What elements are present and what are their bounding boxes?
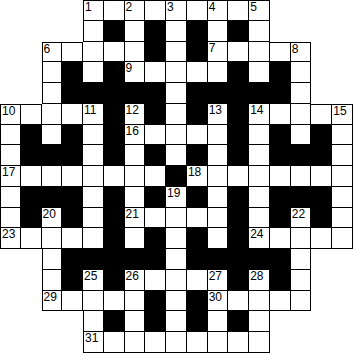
white-cell[interactable] (332, 145, 353, 166)
white-cell[interactable] (166, 104, 187, 125)
white-cell[interactable] (228, 332, 249, 353)
white-cell[interactable] (42, 249, 63, 270)
white-cell[interactable] (291, 125, 312, 146)
black-cell (187, 42, 208, 63)
black-cell (270, 62, 291, 83)
white-cell[interactable]: 25 (83, 270, 104, 291)
black-cell (125, 249, 146, 270)
white-cell[interactable]: 5 (249, 0, 270, 21)
white-cell[interactable] (249, 208, 270, 229)
clue-number: 10 (2, 105, 15, 117)
black-cell (270, 208, 291, 229)
clue-number: 5 (250, 1, 257, 13)
white-cell[interactable] (166, 291, 187, 312)
background-cell (0, 21, 21, 42)
background-cell (21, 0, 42, 21)
black-cell (311, 187, 332, 208)
black-cell (145, 291, 166, 312)
black-cell (145, 42, 166, 63)
clue-number: 14 (250, 104, 263, 116)
white-cell[interactable]: 20 (42, 208, 63, 229)
white-cell[interactable] (166, 125, 187, 146)
white-cell[interactable]: 9 (125, 62, 146, 83)
black-cell (104, 228, 125, 249)
white-cell[interactable] (166, 42, 187, 63)
background-cell (332, 249, 353, 270)
background-cell (332, 332, 353, 353)
white-cell[interactable] (125, 311, 146, 332)
background-cell (42, 311, 63, 332)
white-cell[interactable] (249, 187, 270, 208)
clue-number: 8 (292, 43, 299, 55)
background-cell (332, 311, 353, 332)
black-cell (62, 125, 83, 146)
white-cell[interactable] (332, 228, 353, 249)
white-cell[interactable] (104, 166, 125, 187)
clue-number: 27 (209, 270, 222, 282)
background-cell (291, 332, 312, 353)
white-cell[interactable]: 10 (0, 104, 21, 125)
background-cell (0, 0, 21, 21)
black-cell (187, 83, 208, 104)
black-cell (228, 62, 249, 83)
white-cell[interactable] (228, 42, 249, 63)
white-cell[interactable]: 3 (166, 0, 187, 21)
white-cell[interactable] (249, 311, 270, 332)
white-cell[interactable] (249, 21, 270, 42)
black-cell (21, 145, 42, 166)
background-cell (0, 62, 21, 83)
white-cell[interactable] (208, 208, 229, 229)
white-cell[interactable] (62, 291, 83, 312)
white-cell[interactable] (208, 332, 229, 353)
black-cell (62, 270, 83, 291)
white-cell[interactable]: 30 (208, 291, 229, 312)
background-cell (311, 42, 332, 63)
white-cell[interactable] (125, 145, 146, 166)
white-cell[interactable] (208, 311, 229, 332)
black-cell (187, 228, 208, 249)
background-cell (311, 21, 332, 42)
background-cell (332, 42, 353, 63)
white-cell[interactable] (125, 21, 146, 42)
white-cell[interactable] (166, 21, 187, 42)
white-cell[interactable]: 17 (0, 166, 21, 187)
background-cell (0, 332, 21, 353)
background-cell (0, 311, 21, 332)
white-cell[interactable] (270, 166, 291, 187)
background-cell (0, 291, 21, 312)
black-cell (187, 249, 208, 270)
white-cell[interactable] (0, 125, 21, 146)
black-cell (249, 83, 270, 104)
background-cell (62, 21, 83, 42)
white-cell[interactable] (145, 0, 166, 21)
clue-number: 9 (126, 62, 133, 74)
white-cell[interactable] (249, 145, 270, 166)
white-cell[interactable] (187, 270, 208, 291)
white-cell[interactable] (125, 228, 146, 249)
white-cell[interactable] (270, 42, 291, 63)
black-cell (145, 249, 166, 270)
white-cell[interactable] (208, 125, 229, 146)
background-cell (42, 332, 63, 353)
white-cell[interactable]: 4 (208, 0, 229, 21)
white-cell[interactable] (83, 125, 104, 146)
background-cell (311, 0, 332, 21)
white-cell[interactable] (187, 62, 208, 83)
black-cell (187, 187, 208, 208)
black-cell (187, 145, 208, 166)
clue-number: 2 (126, 1, 133, 13)
white-cell[interactable]: 12 (125, 104, 146, 125)
white-cell[interactable]: 29 (42, 291, 63, 312)
white-cell[interactable] (249, 62, 270, 83)
black-cell (228, 104, 249, 125)
white-cell[interactable]: 16 (125, 125, 146, 146)
clue-number: 4 (209, 1, 216, 13)
crossword-grid: 1234567891011121314151617181920212223242… (0, 0, 353, 353)
background-cell (21, 332, 42, 353)
white-cell[interactable] (42, 125, 63, 146)
black-cell (104, 83, 125, 104)
background-cell (270, 332, 291, 353)
white-cell[interactable] (166, 208, 187, 229)
white-cell[interactable] (208, 166, 229, 187)
white-cell[interactable] (104, 291, 125, 312)
white-cell[interactable]: 22 (291, 208, 312, 229)
white-cell[interactable] (228, 0, 249, 21)
white-cell[interactable] (125, 332, 146, 353)
black-cell (62, 145, 83, 166)
background-cell (21, 311, 42, 332)
black-cell (104, 104, 125, 125)
white-cell[interactable] (145, 208, 166, 229)
white-cell[interactable] (166, 145, 187, 166)
white-cell[interactable] (166, 270, 187, 291)
black-cell (104, 145, 125, 166)
white-cell[interactable] (228, 166, 249, 187)
clue-number: 15 (333, 105, 346, 117)
white-cell[interactable] (311, 166, 332, 187)
white-cell[interactable] (291, 270, 312, 291)
black-cell (42, 187, 63, 208)
white-cell[interactable] (42, 83, 63, 104)
black-cell (83, 249, 104, 270)
white-cell[interactable] (145, 62, 166, 83)
black-cell (270, 249, 291, 270)
white-cell[interactable] (83, 42, 104, 63)
black-cell (311, 145, 332, 166)
white-cell[interactable]: 23 (0, 228, 21, 249)
white-cell[interactable] (83, 166, 104, 187)
black-cell (228, 270, 249, 291)
white-cell[interactable] (83, 21, 104, 42)
white-cell[interactable] (249, 125, 270, 146)
black-cell (187, 104, 208, 125)
white-cell[interactable]: 28 (249, 270, 270, 291)
white-cell[interactable] (208, 21, 229, 42)
background-cell (291, 0, 312, 21)
white-cell[interactable] (270, 104, 291, 125)
white-cell[interactable]: 7 (208, 42, 229, 63)
white-cell[interactable] (83, 187, 104, 208)
white-cell[interactable] (291, 62, 312, 83)
black-cell (228, 187, 249, 208)
white-cell[interactable] (0, 145, 21, 166)
white-cell[interactable] (332, 187, 353, 208)
clue-number: 17 (2, 166, 15, 178)
white-cell[interactable] (83, 62, 104, 83)
background-cell (62, 311, 83, 332)
clue-number: 18 (188, 166, 201, 178)
white-cell[interactable] (187, 0, 208, 21)
black-cell (21, 187, 42, 208)
clue-number: 7 (209, 42, 216, 54)
black-cell (187, 21, 208, 42)
background-cell (62, 0, 83, 21)
background-cell (21, 42, 42, 63)
black-cell (187, 291, 208, 312)
white-cell[interactable] (62, 166, 83, 187)
white-cell[interactable] (0, 187, 21, 208)
black-cell (145, 228, 166, 249)
white-cell[interactable] (21, 228, 42, 249)
white-cell[interactable] (21, 166, 42, 187)
black-cell (125, 83, 146, 104)
white-cell[interactable] (291, 291, 312, 312)
black-cell (270, 83, 291, 104)
black-cell (62, 62, 83, 83)
background-cell (42, 21, 63, 42)
background-cell (42, 0, 63, 21)
white-cell[interactable] (249, 166, 270, 187)
clue-number: 22 (292, 208, 305, 220)
black-cell (104, 208, 125, 229)
black-cell (145, 83, 166, 104)
white-cell[interactable] (270, 228, 291, 249)
background-cell (270, 21, 291, 42)
black-cell (249, 249, 270, 270)
white-cell[interactable] (83, 311, 104, 332)
white-cell[interactable] (104, 332, 125, 353)
white-cell[interactable] (166, 249, 187, 270)
black-cell (228, 83, 249, 104)
background-cell (21, 62, 42, 83)
black-cell (145, 145, 166, 166)
clue-number: 1 (85, 1, 92, 13)
white-cell[interactable]: 31 (83, 332, 104, 353)
clue-number: 20 (43, 208, 56, 220)
background-cell (332, 291, 353, 312)
white-cell[interactable] (42, 104, 63, 125)
white-cell[interactable] (166, 62, 187, 83)
clue-number: 19 (167, 187, 180, 199)
black-cell (208, 249, 229, 270)
background-cell (311, 332, 332, 353)
background-cell (291, 311, 312, 332)
white-cell[interactable] (291, 83, 312, 104)
white-cell[interactable] (187, 208, 208, 229)
black-cell (270, 145, 291, 166)
black-cell (228, 145, 249, 166)
white-cell[interactable]: 11 (83, 104, 104, 125)
clue-number: 28 (250, 270, 263, 282)
black-cell (270, 125, 291, 146)
clue-number: 29 (44, 291, 57, 303)
clue-number: 6 (44, 43, 51, 55)
background-cell (332, 270, 353, 291)
clue-number: 16 (126, 125, 139, 137)
white-cell[interactable] (42, 166, 63, 187)
white-cell[interactable] (62, 228, 83, 249)
white-cell[interactable] (270, 291, 291, 312)
white-cell[interactable] (249, 332, 270, 353)
black-cell (145, 21, 166, 42)
white-cell[interactable] (104, 0, 125, 21)
black-cell (291, 145, 312, 166)
white-cell[interactable]: 18 (187, 166, 208, 187)
white-cell[interactable] (208, 228, 229, 249)
black-cell (62, 208, 83, 229)
clue-number: 12 (126, 104, 139, 116)
black-cell (228, 311, 249, 332)
white-cell[interactable] (208, 145, 229, 166)
background-cell (0, 249, 21, 270)
white-cell[interactable] (62, 104, 83, 125)
clue-number: 11 (84, 104, 96, 116)
white-cell[interactable]: 13 (208, 104, 229, 125)
white-cell[interactable] (125, 166, 146, 187)
white-cell[interactable]: 14 (249, 104, 270, 125)
white-cell[interactable] (249, 42, 270, 63)
background-cell (0, 83, 21, 104)
black-cell (145, 311, 166, 332)
black-cell (104, 249, 125, 270)
white-cell[interactable] (166, 311, 187, 332)
white-cell[interactable] (208, 187, 229, 208)
white-cell[interactable] (145, 332, 166, 353)
white-cell[interactable] (249, 291, 270, 312)
white-cell[interactable]: 8 (291, 42, 312, 63)
background-cell (270, 0, 291, 21)
white-cell[interactable] (311, 104, 332, 125)
clue-number: 24 (250, 228, 263, 240)
white-cell[interactable]: 19 (166, 187, 187, 208)
white-cell[interactable] (187, 125, 208, 146)
background-cell (0, 270, 21, 291)
white-cell[interactable] (291, 166, 312, 187)
black-cell (21, 125, 42, 146)
white-cell[interactable] (228, 291, 249, 312)
black-cell (104, 187, 125, 208)
clue-number: 30 (209, 291, 222, 303)
clue-number: 25 (84, 270, 97, 282)
black-cell (270, 187, 291, 208)
white-cell[interactable] (125, 187, 146, 208)
white-cell[interactable] (104, 42, 125, 63)
background-cell (311, 270, 332, 291)
white-cell[interactable] (83, 208, 104, 229)
black-cell (166, 166, 187, 187)
clue-number: 31 (85, 332, 98, 344)
white-cell[interactable] (62, 42, 83, 63)
background-cell (332, 21, 353, 42)
black-cell (228, 208, 249, 229)
white-cell[interactable] (42, 270, 63, 291)
white-cell[interactable] (208, 62, 229, 83)
white-cell[interactable] (166, 332, 187, 353)
black-cell (62, 249, 83, 270)
black-cell (228, 21, 249, 42)
white-cell[interactable]: 1 (83, 0, 104, 21)
black-cell (62, 187, 83, 208)
black-cell (104, 62, 125, 83)
white-cell[interactable]: 21 (125, 208, 146, 229)
background-cell (21, 83, 42, 104)
white-cell[interactable] (145, 125, 166, 146)
black-cell (104, 270, 125, 291)
white-cell[interactable]: 2 (125, 0, 146, 21)
black-cell (104, 125, 125, 146)
background-cell (21, 249, 42, 270)
white-cell[interactable] (332, 166, 353, 187)
background-cell (21, 270, 42, 291)
black-cell (145, 187, 166, 208)
white-cell[interactable] (166, 83, 187, 104)
white-cell[interactable] (21, 104, 42, 125)
black-cell (228, 125, 249, 146)
background-cell (0, 42, 21, 63)
white-cell[interactable] (291, 228, 312, 249)
white-cell[interactable] (291, 104, 312, 125)
black-cell (104, 21, 125, 42)
clue-number: 21 (126, 208, 139, 220)
white-cell[interactable] (125, 291, 146, 312)
white-cell[interactable] (187, 332, 208, 353)
white-cell[interactable] (0, 208, 21, 229)
white-cell[interactable] (83, 145, 104, 166)
white-cell[interactable]: 15 (332, 104, 353, 125)
white-cell[interactable] (332, 125, 353, 146)
background-cell (21, 291, 42, 312)
white-cell[interactable] (291, 249, 312, 270)
white-cell[interactable]: 27 (208, 270, 229, 291)
white-cell[interactable]: 26 (125, 270, 146, 291)
background-cell (332, 62, 353, 83)
black-cell (311, 208, 332, 229)
white-cell[interactable] (42, 62, 63, 83)
clue-number: 26 (126, 270, 139, 282)
white-cell[interactable]: 24 (249, 228, 270, 249)
white-cell[interactable] (166, 228, 187, 249)
white-cell[interactable] (83, 291, 104, 312)
black-cell (21, 208, 42, 229)
background-cell (332, 83, 353, 104)
white-cell[interactable] (332, 208, 353, 229)
black-cell (208, 83, 229, 104)
black-cell (228, 249, 249, 270)
white-cell[interactable] (145, 166, 166, 187)
white-cell[interactable] (145, 270, 166, 291)
white-cell[interactable] (83, 228, 104, 249)
black-cell (291, 187, 312, 208)
background-cell (332, 0, 353, 21)
white-cell[interactable] (42, 228, 63, 249)
white-cell[interactable]: 6 (42, 42, 63, 63)
white-cell[interactable] (311, 228, 332, 249)
white-cell[interactable] (125, 42, 146, 63)
